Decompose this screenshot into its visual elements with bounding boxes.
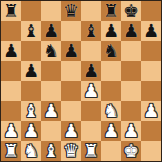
square-e2[interactable] [81,121,101,141]
piece-black-pawn: ♟ [143,21,159,41]
square-c4[interactable] [41,81,61,101]
square-g7[interactable]: ♟ [121,21,141,41]
square-h1[interactable] [141,141,161,161]
square-b2[interactable]: ♟ [21,121,41,141]
square-a6[interactable]: ♟ [1,41,21,61]
square-e6[interactable] [81,41,101,61]
square-a1[interactable]: ♜ [1,141,21,161]
piece-black-pawn: ♟ [123,21,139,41]
square-c8[interactable] [41,1,61,21]
square-h2[interactable] [141,121,161,141]
square-c1[interactable]: ♝ [41,141,61,161]
square-c2[interactable] [41,121,61,141]
square-e8[interactable] [81,1,101,21]
piece-black-king: ♚ [123,1,139,21]
piece-white-bishop: ♝ [23,101,39,121]
square-h5[interactable] [141,61,161,81]
square-h3[interactable]: ♟ [141,101,161,121]
square-f2[interactable]: ♟ [101,121,121,141]
square-d1[interactable]: ♛ [61,141,81,161]
square-e7[interactable]: ♝ [81,21,101,41]
square-c7[interactable]: ♟ [41,21,61,41]
square-g4[interactable] [121,81,141,101]
square-g3[interactable] [121,101,141,121]
piece-white-bishop: ♝ [43,141,59,161]
square-b4[interactable] [21,81,41,101]
square-a4[interactable] [1,81,21,101]
square-f1[interactable] [101,141,121,161]
square-g6[interactable] [121,41,141,61]
square-f5[interactable] [101,61,121,81]
square-a8[interactable]: ♜ [1,1,21,21]
square-a7[interactable] [1,21,21,41]
piece-black-pawn: ♟ [103,21,119,41]
piece-white-king: ♚ [123,141,139,161]
square-h7[interactable]: ♟ [141,21,161,41]
piece-white-knight: ♞ [23,141,39,161]
piece-white-pawn: ♟ [63,121,79,141]
square-h6[interactable] [141,41,161,61]
piece-black-knight: ♞ [103,41,119,61]
piece-black-pawn: ♟ [63,41,79,61]
square-b7[interactable]: ♝ [21,21,41,41]
piece-black-pawn: ♟ [3,41,19,61]
square-a2[interactable]: ♟ [1,121,21,141]
square-d3[interactable] [61,101,81,121]
square-b3[interactable]: ♝ [21,101,41,121]
square-f7[interactable]: ♟ [101,21,121,41]
square-h4[interactable] [141,81,161,101]
square-e5[interactable]: ♟ [81,61,101,81]
square-b6[interactable] [21,41,41,61]
square-e4[interactable]: ♟ [81,81,101,101]
square-e3[interactable] [81,101,101,121]
piece-white-queen: ♛ [63,141,79,161]
square-d6[interactable]: ♟ [61,41,81,61]
square-g2[interactable]: ♟ [121,121,141,141]
piece-black-rook: ♜ [103,1,119,21]
square-c6[interactable]: ♞ [41,41,61,61]
square-f4[interactable] [101,81,121,101]
piece-black-rook: ♜ [3,1,19,21]
piece-black-pawn: ♟ [23,61,39,81]
piece-white-rook: ♜ [83,141,99,161]
piece-white-pawn: ♟ [43,101,59,121]
square-g8[interactable]: ♚ [121,1,141,21]
piece-black-bishop: ♝ [83,21,99,41]
square-f6[interactable]: ♞ [101,41,121,61]
piece-white-rook: ♜ [3,141,19,161]
square-c3[interactable]: ♟ [41,101,61,121]
square-b5[interactable]: ♟ [21,61,41,81]
square-e1[interactable]: ♜ [81,141,101,161]
square-d2[interactable]: ♟ [61,121,81,141]
square-d5[interactable] [61,61,81,81]
piece-black-pawn: ♟ [83,61,99,81]
square-g1[interactable]: ♚ [121,141,141,161]
piece-white-knight: ♞ [103,101,119,121]
square-a3[interactable] [1,101,21,121]
chess-board: ♜♛♜♚♝♟♝♟♟♟♟♞♟♞♟♟♟♝♟♞♟♟♟♟♟♟♜♞♝♛♜♚ [0,0,162,162]
square-g5[interactable] [121,61,141,81]
piece-white-pawn: ♟ [123,121,139,141]
piece-white-pawn: ♟ [23,121,39,141]
square-b1[interactable]: ♞ [21,141,41,161]
square-c5[interactable] [41,61,61,81]
piece-white-pawn: ♟ [103,121,119,141]
piece-black-queen: ♛ [63,1,79,21]
piece-black-pawn: ♟ [43,21,59,41]
piece-white-pawn: ♟ [143,101,159,121]
square-a5[interactable] [1,61,21,81]
piece-white-pawn: ♟ [3,121,19,141]
piece-white-pawn: ♟ [83,81,99,101]
square-f3[interactable]: ♞ [101,101,121,121]
piece-black-knight: ♞ [43,41,59,61]
square-d7[interactable] [61,21,81,41]
square-f8[interactable]: ♜ [101,1,121,21]
square-d8[interactable]: ♛ [61,1,81,21]
square-b8[interactable] [21,1,41,21]
square-d4[interactable] [61,81,81,101]
piece-black-bishop: ♝ [23,21,39,41]
square-h8[interactable] [141,1,161,21]
